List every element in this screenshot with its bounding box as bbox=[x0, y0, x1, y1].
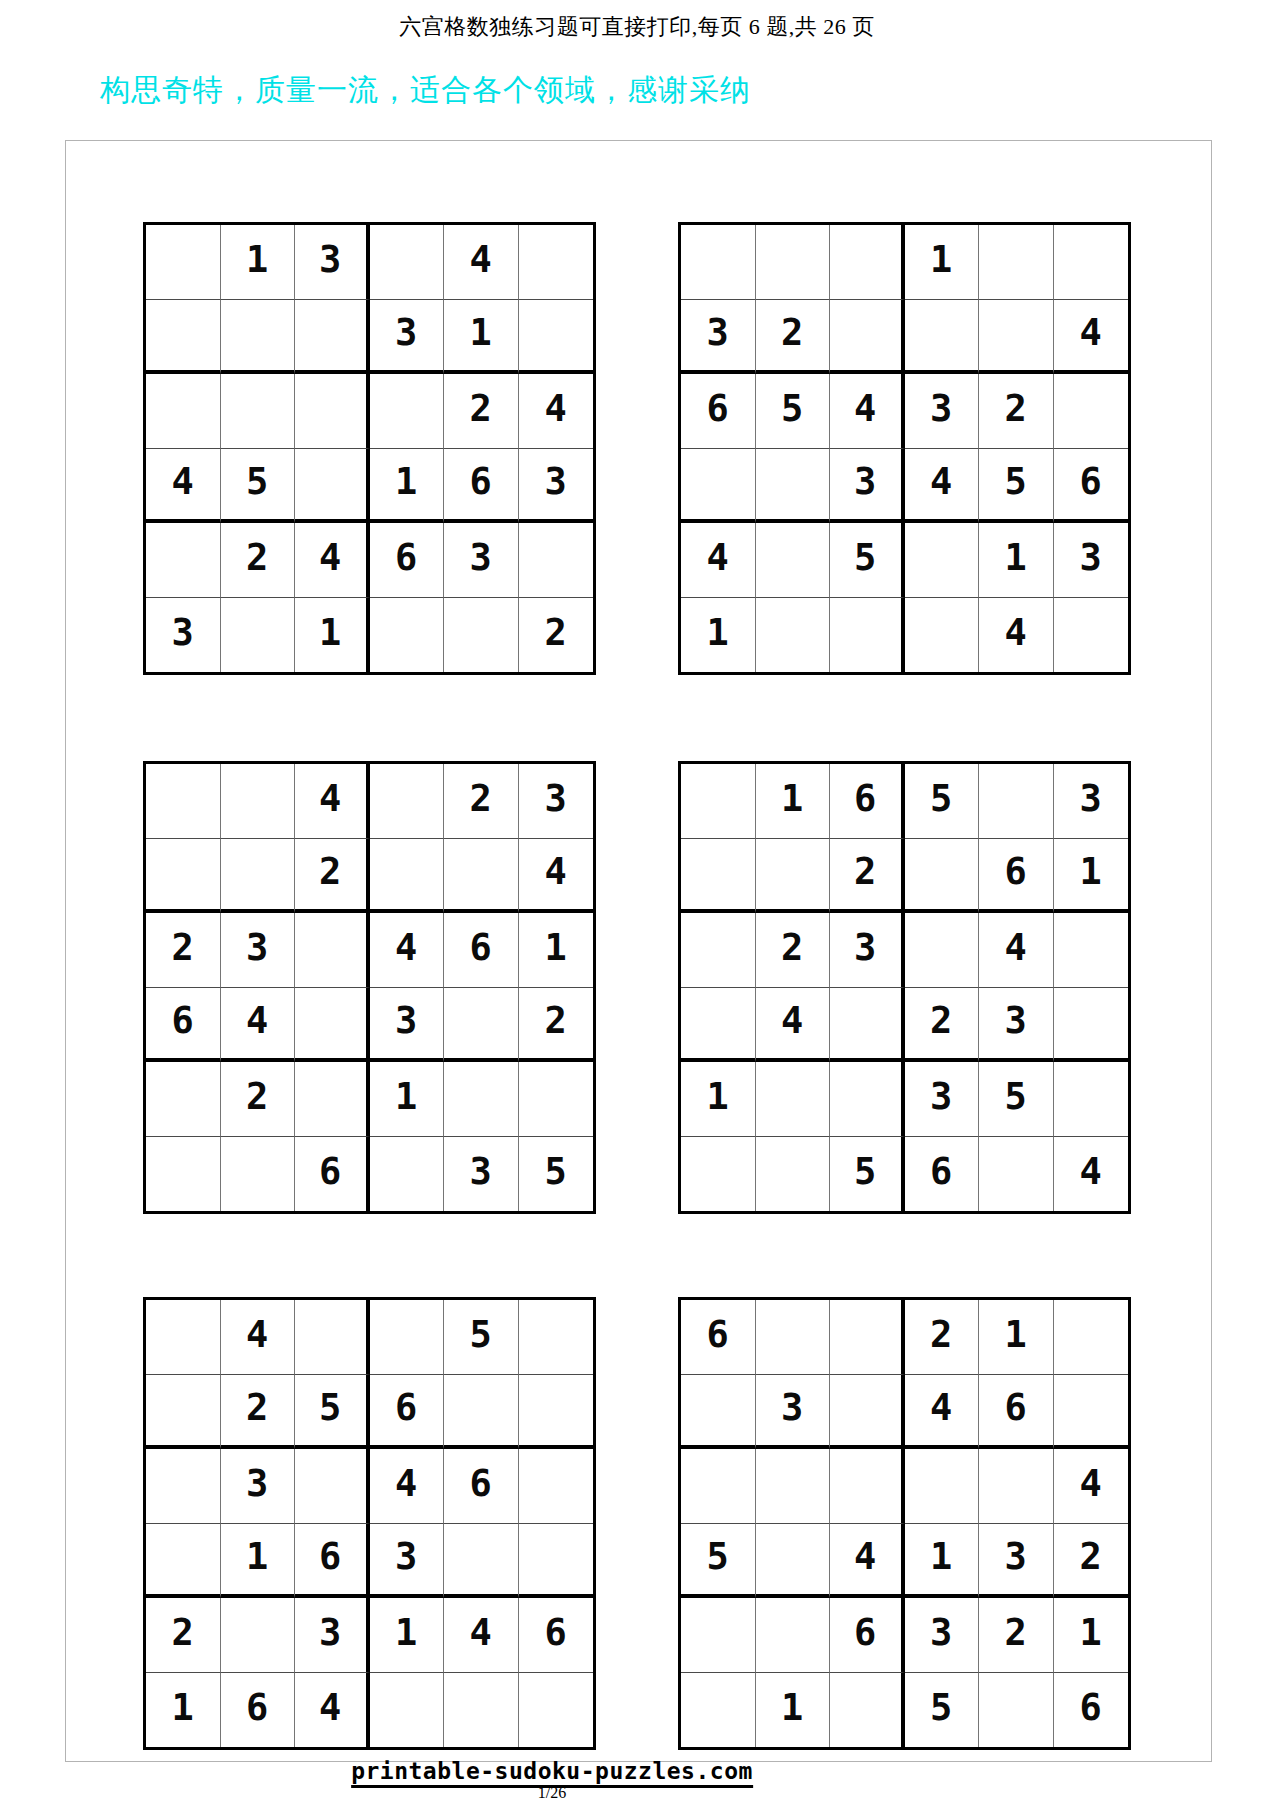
sudoku-cell bbox=[681, 1449, 756, 1524]
sudoku-cell: 6 bbox=[295, 1137, 370, 1212]
sudoku-cell bbox=[756, 1598, 831, 1673]
sudoku-cell: 3 bbox=[295, 1598, 370, 1673]
sudoku-cell bbox=[830, 1449, 905, 1524]
sudoku-cell: 2 bbox=[221, 523, 296, 598]
sudoku-cell: 1 bbox=[979, 1300, 1054, 1375]
sudoku-cell: 4 bbox=[146, 449, 221, 524]
sudoku-cell: 6 bbox=[1054, 1673, 1129, 1748]
sudoku-cell bbox=[146, 225, 221, 300]
sudoku-cell: 3 bbox=[221, 1449, 296, 1524]
sudoku-cell: 4 bbox=[444, 225, 519, 300]
sudoku-cell: 6 bbox=[681, 1300, 756, 1375]
sudoku-cell bbox=[370, 374, 445, 449]
sudoku-cell bbox=[756, 523, 831, 598]
sudoku-cell: 1 bbox=[905, 225, 980, 300]
sudoku-cell bbox=[756, 449, 831, 524]
sudoku-cell: 3 bbox=[681, 300, 756, 375]
sudoku-cell bbox=[830, 988, 905, 1063]
sudoku-cell: 6 bbox=[444, 1449, 519, 1524]
sudoku-cell bbox=[905, 839, 980, 914]
sudoku-cell: 3 bbox=[221, 913, 296, 988]
sudoku-cell: 3 bbox=[295, 225, 370, 300]
sudoku-cell bbox=[221, 1137, 296, 1212]
sudoku-cell bbox=[146, 1375, 221, 1450]
sudoku-cell bbox=[444, 1524, 519, 1599]
sudoku-cell bbox=[295, 374, 370, 449]
sudoku-cell: 2 bbox=[146, 1598, 221, 1673]
sudoku-cell: 4 bbox=[444, 1598, 519, 1673]
sudoku-cell: 2 bbox=[979, 1598, 1054, 1673]
sudoku-grid-2: 1324654323456451314 bbox=[678, 222, 1131, 675]
sudoku-cell: 6 bbox=[295, 1524, 370, 1599]
sudoku-cell: 2 bbox=[756, 300, 831, 375]
sudoku-cell bbox=[756, 1300, 831, 1375]
sudoku-cell bbox=[519, 1062, 594, 1137]
sudoku-cell bbox=[146, 374, 221, 449]
sudoku-cell bbox=[221, 1598, 296, 1673]
sudoku-cell: 1 bbox=[295, 598, 370, 673]
sudoku-cell: 2 bbox=[221, 1062, 296, 1137]
sudoku-cell bbox=[681, 764, 756, 839]
sudoku-cell bbox=[905, 523, 980, 598]
sudoku-cell: 1 bbox=[1054, 839, 1129, 914]
sudoku-cell bbox=[221, 764, 296, 839]
sudoku-cell: 6 bbox=[146, 988, 221, 1063]
sudoku-cell bbox=[444, 598, 519, 673]
sudoku-cell bbox=[295, 300, 370, 375]
sudoku-cell bbox=[905, 300, 980, 375]
sudoku-cell bbox=[146, 1524, 221, 1599]
sudoku-cell: 3 bbox=[905, 374, 980, 449]
sudoku-cell bbox=[221, 300, 296, 375]
sudoku-cell: 4 bbox=[756, 988, 831, 1063]
sudoku-cell: 1 bbox=[756, 764, 831, 839]
sudoku-cell: 4 bbox=[830, 1524, 905, 1599]
sudoku-cell bbox=[146, 1449, 221, 1524]
sudoku-grid-4: 1653261234423135564 bbox=[678, 761, 1131, 1214]
sudoku-cell: 4 bbox=[1054, 1449, 1129, 1524]
sudoku-cell: 2 bbox=[519, 598, 594, 673]
sudoku-cell bbox=[146, 839, 221, 914]
sudoku-cell bbox=[681, 839, 756, 914]
sudoku-cell: 1 bbox=[681, 1062, 756, 1137]
sudoku-cell: 4 bbox=[681, 523, 756, 598]
sudoku-cell: 1 bbox=[905, 1524, 980, 1599]
printable-sudoku-page: { "page": { "title": "六宫格数独练习题可直接打印,每页 6… bbox=[0, 0, 1274, 1804]
sudoku-cell: 2 bbox=[295, 839, 370, 914]
sudoku-cell: 6 bbox=[681, 374, 756, 449]
sudoku-cell: 4 bbox=[905, 449, 980, 524]
sudoku-cell: 5 bbox=[905, 1673, 980, 1748]
sudoku-cell bbox=[756, 1524, 831, 1599]
sudoku-cell bbox=[830, 1300, 905, 1375]
sudoku-cell: 1 bbox=[756, 1673, 831, 1748]
sudoku-cell bbox=[979, 1449, 1054, 1524]
sudoku-cell bbox=[830, 300, 905, 375]
sudoku-grid-6: 6213464541326321156 bbox=[678, 1297, 1131, 1750]
sudoku-cell bbox=[221, 598, 296, 673]
sudoku-cell bbox=[444, 1673, 519, 1748]
sudoku-cell: 3 bbox=[370, 988, 445, 1063]
sudoku-cell bbox=[756, 839, 831, 914]
sudoku-cell bbox=[519, 1375, 594, 1450]
sudoku-cell: 4 bbox=[221, 1300, 296, 1375]
sudoku-cell: 3 bbox=[519, 449, 594, 524]
sudoku-cell bbox=[295, 1449, 370, 1524]
sudoku-cell: 6 bbox=[830, 764, 905, 839]
sudoku-cell bbox=[905, 1449, 980, 1524]
footer: printable-sudoku-puzzles.com 1/26 bbox=[351, 1758, 753, 1788]
sudoku-cell bbox=[444, 988, 519, 1063]
sudoku-cell bbox=[370, 225, 445, 300]
sudoku-cell bbox=[979, 225, 1054, 300]
sudoku-cell bbox=[830, 1062, 905, 1137]
sudoku-cell bbox=[519, 300, 594, 375]
sudoku-cell: 3 bbox=[905, 1598, 980, 1673]
sudoku-cell bbox=[444, 1375, 519, 1450]
sudoku-cell bbox=[519, 1673, 594, 1748]
sudoku-cell: 3 bbox=[1054, 764, 1129, 839]
sudoku-cell bbox=[1054, 1375, 1129, 1450]
sudoku-cell bbox=[146, 1300, 221, 1375]
sudoku-cell bbox=[1054, 374, 1129, 449]
sudoku-cell: 5 bbox=[519, 1137, 594, 1212]
sudoku-cell bbox=[221, 374, 296, 449]
sudoku-cell: 4 bbox=[519, 374, 594, 449]
sudoku-cell bbox=[1054, 988, 1129, 1063]
sudoku-grid-5: 4525634616323146164 bbox=[143, 1297, 596, 1750]
sudoku-cell bbox=[979, 764, 1054, 839]
sudoku-cell bbox=[370, 1137, 445, 1212]
sudoku-cell: 4 bbox=[519, 839, 594, 914]
sudoku-cell bbox=[370, 1673, 445, 1748]
sudoku-cell: 3 bbox=[146, 598, 221, 673]
sudoku-cell bbox=[830, 1673, 905, 1748]
sudoku-cell: 2 bbox=[1054, 1524, 1129, 1599]
sudoku-cell: 6 bbox=[905, 1137, 980, 1212]
sudoku-cell bbox=[444, 839, 519, 914]
sudoku-cell: 3 bbox=[444, 1137, 519, 1212]
sudoku-cell: 3 bbox=[979, 1524, 1054, 1599]
sudoku-cell: 4 bbox=[1054, 1137, 1129, 1212]
sudoku-cell: 4 bbox=[295, 1673, 370, 1748]
sudoku-cell bbox=[1054, 1062, 1129, 1137]
sudoku-cell bbox=[979, 300, 1054, 375]
sudoku-cell: 2 bbox=[979, 374, 1054, 449]
sudoku-cell: 4 bbox=[1054, 300, 1129, 375]
page-number: 1/26 bbox=[538, 1784, 566, 1802]
sudoku-cell: 5 bbox=[756, 374, 831, 449]
sudoku-cell bbox=[681, 913, 756, 988]
sudoku-cell: 4 bbox=[295, 523, 370, 598]
sudoku-cell bbox=[519, 225, 594, 300]
sudoku-cell bbox=[830, 1375, 905, 1450]
sudoku-cell: 4 bbox=[979, 913, 1054, 988]
sudoku-cell bbox=[756, 598, 831, 673]
sudoku-cell: 6 bbox=[370, 523, 445, 598]
promo-subtitle: 构思奇特，质量一流，适合各个领域，感谢采纳 bbox=[100, 70, 751, 111]
sudoku-cell: 2 bbox=[444, 764, 519, 839]
sudoku-cell: 2 bbox=[905, 988, 980, 1063]
sudoku-cell bbox=[295, 988, 370, 1063]
sudoku-cell bbox=[519, 523, 594, 598]
sudoku-cell bbox=[979, 1673, 1054, 1748]
sudoku-cell bbox=[681, 1137, 756, 1212]
sudoku-cell: 2 bbox=[444, 374, 519, 449]
sudoku-cell bbox=[370, 839, 445, 914]
sudoku-cell: 6 bbox=[1054, 449, 1129, 524]
sudoku-cell bbox=[905, 598, 980, 673]
sudoku-cell bbox=[519, 1300, 594, 1375]
sudoku-cell bbox=[681, 1375, 756, 1450]
sudoku-cell: 1 bbox=[1054, 1598, 1129, 1673]
sudoku-cell: 6 bbox=[979, 839, 1054, 914]
sudoku-cell bbox=[146, 1062, 221, 1137]
sudoku-cell: 3 bbox=[979, 988, 1054, 1063]
sudoku-cell: 1 bbox=[370, 449, 445, 524]
sudoku-cell bbox=[681, 449, 756, 524]
sudoku-cell: 6 bbox=[444, 913, 519, 988]
sudoku-cell: 6 bbox=[979, 1375, 1054, 1450]
sudoku-cell: 4 bbox=[221, 988, 296, 1063]
sudoku-cell bbox=[519, 1449, 594, 1524]
sudoku-cell bbox=[830, 225, 905, 300]
sudoku-cell: 4 bbox=[905, 1375, 980, 1450]
sudoku-cell bbox=[681, 225, 756, 300]
sudoku-cell bbox=[681, 1673, 756, 1748]
sudoku-cell bbox=[830, 598, 905, 673]
sudoku-cell: 1 bbox=[444, 300, 519, 375]
sudoku-cell bbox=[756, 225, 831, 300]
sudoku-cell: 5 bbox=[295, 1375, 370, 1450]
sudoku-cell: 3 bbox=[519, 764, 594, 839]
sudoku-cell: 6 bbox=[221, 1673, 296, 1748]
sudoku-cell bbox=[979, 1137, 1054, 1212]
sudoku-cell: 2 bbox=[756, 913, 831, 988]
sudoku-cell: 5 bbox=[681, 1524, 756, 1599]
sudoku-cell: 5 bbox=[979, 449, 1054, 524]
sudoku-cell bbox=[444, 1062, 519, 1137]
sudoku-cell bbox=[146, 300, 221, 375]
sudoku-cell: 5 bbox=[905, 764, 980, 839]
sudoku-cell: 5 bbox=[830, 523, 905, 598]
sudoku-cell bbox=[370, 598, 445, 673]
sudoku-grid-1: 1343124451632463312 bbox=[143, 222, 596, 675]
sudoku-cell: 4 bbox=[830, 374, 905, 449]
sudoku-cell bbox=[295, 1300, 370, 1375]
sudoku-cell: 1 bbox=[979, 523, 1054, 598]
sudoku-cell bbox=[756, 1137, 831, 1212]
sudoku-cell: 2 bbox=[830, 839, 905, 914]
sudoku-cell: 6 bbox=[830, 1598, 905, 1673]
sudoku-cell: 2 bbox=[905, 1300, 980, 1375]
sudoku-cell: 1 bbox=[519, 913, 594, 988]
sudoku-cell: 3 bbox=[444, 523, 519, 598]
sudoku-cell: 3 bbox=[830, 913, 905, 988]
sudoku-grid-3: 4232423461643221635 bbox=[143, 761, 596, 1214]
sudoku-cell: 6 bbox=[444, 449, 519, 524]
sudoku-cell bbox=[146, 1137, 221, 1212]
sudoku-cell bbox=[146, 523, 221, 598]
sudoku-cell: 2 bbox=[146, 913, 221, 988]
sudoku-cell: 6 bbox=[519, 1598, 594, 1673]
sudoku-cell bbox=[295, 449, 370, 524]
sudoku-cell: 4 bbox=[979, 598, 1054, 673]
sudoku-cell: 2 bbox=[519, 988, 594, 1063]
sudoku-cell bbox=[756, 1449, 831, 1524]
sudoku-cell: 5 bbox=[830, 1137, 905, 1212]
sudoku-cell: 1 bbox=[146, 1673, 221, 1748]
sudoku-cell: 3 bbox=[1054, 523, 1129, 598]
sudoku-cell bbox=[1054, 225, 1129, 300]
sudoku-cell bbox=[1054, 913, 1129, 988]
sudoku-cell: 2 bbox=[221, 1375, 296, 1450]
sudoku-cell bbox=[756, 1062, 831, 1137]
sudoku-cell: 1 bbox=[221, 225, 296, 300]
sudoku-cell: 5 bbox=[979, 1062, 1054, 1137]
sudoku-cell: 3 bbox=[756, 1375, 831, 1450]
sudoku-cell: 3 bbox=[830, 449, 905, 524]
sudoku-cell: 6 bbox=[370, 1375, 445, 1450]
sudoku-cell: 1 bbox=[681, 598, 756, 673]
page-title: 六宫格数独练习题可直接打印,每页 6 题,共 26 页 bbox=[0, 12, 1274, 42]
sudoku-cell: 4 bbox=[370, 1449, 445, 1524]
sudoku-cell bbox=[1054, 598, 1129, 673]
sudoku-cell: 4 bbox=[370, 913, 445, 988]
sudoku-cell bbox=[146, 764, 221, 839]
sudoku-cell bbox=[681, 988, 756, 1063]
sudoku-cell bbox=[905, 913, 980, 988]
sudoku-cell bbox=[295, 913, 370, 988]
sudoku-cell: 3 bbox=[370, 300, 445, 375]
sudoku-cell: 3 bbox=[905, 1062, 980, 1137]
sudoku-cell: 1 bbox=[370, 1598, 445, 1673]
sudoku-cell bbox=[519, 1524, 594, 1599]
sudoku-cell: 3 bbox=[370, 1524, 445, 1599]
sudoku-cell bbox=[370, 764, 445, 839]
sudoku-cell bbox=[681, 1598, 756, 1673]
sudoku-cell bbox=[1054, 1300, 1129, 1375]
sudoku-cell bbox=[221, 839, 296, 914]
sudoku-cell: 1 bbox=[221, 1524, 296, 1599]
sudoku-cell: 5 bbox=[221, 449, 296, 524]
sudoku-cell: 4 bbox=[295, 764, 370, 839]
sudoku-cell bbox=[295, 1062, 370, 1137]
sudoku-cell: 1 bbox=[370, 1062, 445, 1137]
sudoku-cell: 5 bbox=[444, 1300, 519, 1375]
sudoku-cell bbox=[370, 1300, 445, 1375]
